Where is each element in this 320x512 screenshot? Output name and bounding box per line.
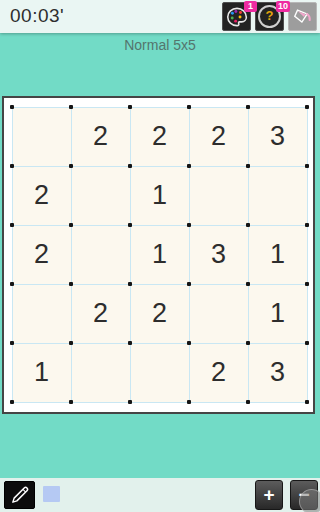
grid-dot: [246, 105, 250, 109]
grid-dot: [128, 400, 132, 404]
grid-dot: [69, 223, 73, 227]
cell-r4c2[interactable]: 2: [71, 284, 130, 343]
top-bar: 00:03' 1 10 ?: [0, 0, 320, 33]
cell-r2c1[interactable]: 2: [12, 166, 71, 225]
grid-dot: [305, 223, 309, 227]
grid-dot: [246, 341, 250, 345]
grid-dot: [187, 223, 191, 227]
cell-r3c3[interactable]: 1: [130, 225, 189, 284]
grid-dot: [10, 341, 14, 345]
grid-dot: [128, 341, 132, 345]
grid-dot: [305, 164, 309, 168]
zoom-in-button[interactable]: +: [255, 480, 283, 510]
clue-grid-area[interactable]: 2223212131221123: [12, 107, 308, 403]
grid-dot: [10, 223, 14, 227]
grid-dot: [187, 164, 191, 168]
grid-dot: [187, 105, 191, 109]
puzzle-board: 2223212131221123: [2, 96, 315, 414]
grid-dot: [305, 282, 309, 286]
grid-dot: [305, 341, 309, 345]
grid-dot: [128, 164, 132, 168]
grid-dot: [187, 400, 191, 404]
palette-button[interactable]: 1: [222, 2, 251, 31]
grid-dot: [10, 400, 14, 404]
cell-r5c2[interactable]: [71, 343, 130, 402]
app-screen: 00:03' 1 10 ?: [0, 0, 320, 512]
grid-dot: [10, 164, 14, 168]
grid-dot: [10, 105, 14, 109]
grid-dot: [128, 282, 132, 286]
grid-dot: [69, 282, 73, 286]
cell-r2c3[interactable]: 1: [130, 166, 189, 225]
cell-r4c1[interactable]: [12, 284, 71, 343]
cell-r1c5[interactable]: 3: [248, 107, 307, 166]
cell-r1c3[interactable]: 2: [130, 107, 189, 166]
cell-r5c5[interactable]: 3: [248, 343, 307, 402]
cell-r1c2[interactable]: 2: [71, 107, 130, 166]
grid-dot: [69, 400, 73, 404]
color-swatch[interactable]: [43, 486, 60, 502]
cell-r4c5[interactable]: 1: [248, 284, 307, 343]
grid-dot: [187, 282, 191, 286]
cell-r3c2[interactable]: [71, 225, 130, 284]
cell-r5c3[interactable]: [130, 343, 189, 402]
grid-dot: [246, 223, 250, 227]
help-badge: 10: [276, 1, 290, 12]
grid-dot: [10, 282, 14, 286]
cell-r4c4[interactable]: [189, 284, 248, 343]
grid-dot: [128, 105, 132, 109]
fill-bucket-button[interactable]: [288, 2, 317, 31]
grid-dot: [69, 341, 73, 345]
grid-dot: [246, 282, 250, 286]
cell-r4c3[interactable]: 2: [130, 284, 189, 343]
clue-grid: 2223212131221123: [12, 107, 308, 403]
bottom-bar: + −: [0, 478, 320, 512]
grid-dot: [246, 400, 250, 404]
cell-r5c1[interactable]: 1: [12, 343, 71, 402]
cell-r3c4[interactable]: 3: [189, 225, 248, 284]
cell-r1c4[interactable]: 2: [189, 107, 248, 166]
cell-r5c4[interactable]: 2: [189, 343, 248, 402]
grid-dot: [305, 400, 309, 404]
pencil-mode-button[interactable]: [4, 481, 35, 509]
palette-badge: 1: [244, 1, 257, 12]
grid-dot: [187, 341, 191, 345]
help-button[interactable]: 10 ?: [255, 2, 284, 31]
fill-bucket-icon: [292, 6, 314, 28]
grid-dot: [69, 164, 73, 168]
grid-dot: [246, 164, 250, 168]
cell-r3c5[interactable]: 1: [248, 225, 307, 284]
cell-r1c1[interactable]: [12, 107, 71, 166]
timer: 00:03': [10, 5, 64, 27]
cell-r3c1[interactable]: 2: [12, 225, 71, 284]
cell-r2c4[interactable]: [189, 166, 248, 225]
grid-dot: [305, 105, 309, 109]
touch-indicator: [299, 489, 320, 512]
grid-dot: [69, 105, 73, 109]
cell-r2c2[interactable]: [71, 166, 130, 225]
pencil-icon: [9, 484, 31, 506]
cell-r2c5[interactable]: [248, 166, 307, 225]
grid-dot: [128, 223, 132, 227]
mode-label: Normal 5x5: [0, 37, 320, 53]
